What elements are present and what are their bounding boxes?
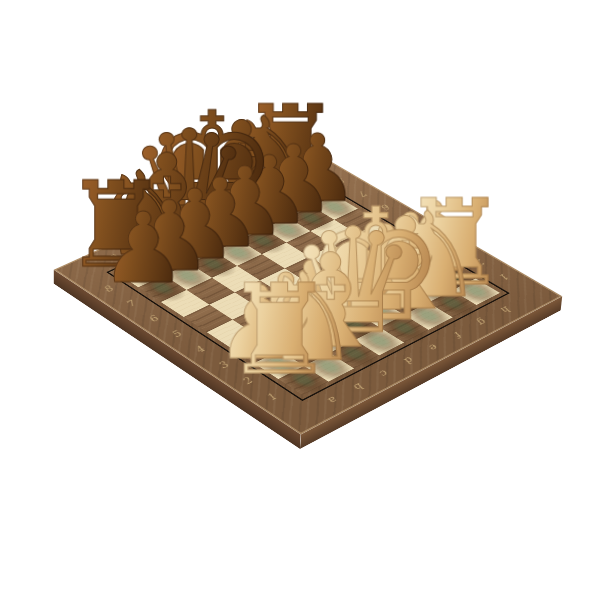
board-frame: 87654321 hgfedcba 87654321 hgfedcba ♜♞♝♛… (54, 152, 562, 435)
white-rook-icon: ♜ (224, 257, 336, 403)
black-pawn-icon: ♟ (100, 192, 187, 305)
chess-board-photo: 87654321 hgfedcba 87654321 hgfedcba ♜♞♝♛… (0, 0, 600, 600)
chess-board: 87654321 hgfedcba 87654321 hgfedcba ♜♞♝♛… (54, 152, 562, 435)
